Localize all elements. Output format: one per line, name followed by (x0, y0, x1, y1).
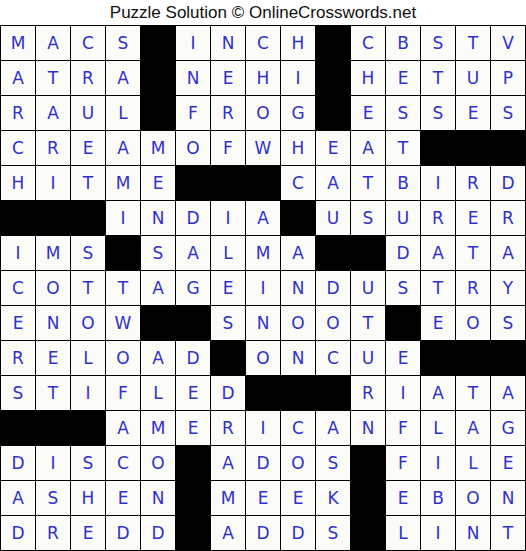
black-cell (211, 341, 246, 376)
black-cell (141, 26, 176, 61)
letter-cell: R (211, 411, 246, 446)
letter-cell: U (386, 201, 421, 236)
letter-cell: T (491, 516, 526, 551)
letter-cell: A (141, 271, 176, 306)
letter-cell: E (141, 166, 176, 201)
letter-cell: B (386, 26, 421, 61)
letter-cell: C (106, 446, 141, 481)
letter-cell: E (386, 341, 421, 376)
letter-cell: S (316, 446, 351, 481)
black-cell (1, 201, 36, 236)
letter-cell: D (1, 446, 36, 481)
letter-cell: E (106, 481, 141, 516)
letter-cell: M (141, 131, 176, 166)
letter-cell: I (211, 201, 246, 236)
letter-cell: B (421, 481, 456, 516)
letter-cell: A (456, 411, 491, 446)
letter-cell: I (71, 376, 106, 411)
letter-cell: N (456, 516, 491, 551)
letter-cell: R (351, 376, 386, 411)
letter-cell: H (1, 166, 36, 201)
letter-cell: L (386, 516, 421, 551)
letter-cell: B (386, 166, 421, 201)
letter-cell: D (211, 376, 246, 411)
black-cell (351, 446, 386, 481)
letter-cell: I (176, 26, 211, 61)
letter-cell: G (176, 271, 211, 306)
letter-cell: A (106, 61, 141, 96)
letter-cell: A (106, 131, 141, 166)
letter-cell: N (246, 306, 281, 341)
letter-cell: R (71, 61, 106, 96)
letter-cell: L (211, 236, 246, 271)
letter-cell: O (281, 446, 316, 481)
letter-cell: O (246, 341, 281, 376)
letter-cell: R (211, 96, 246, 131)
letter-cell: A (141, 341, 176, 376)
black-cell (351, 236, 386, 271)
letter-cell: A (36, 96, 71, 131)
letter-cell: E (71, 516, 106, 551)
letter-cell: H (281, 131, 316, 166)
letter-cell: U (316, 201, 351, 236)
letter-cell: S (351, 201, 386, 236)
letter-cell: C (71, 26, 106, 61)
letter-cell: E (316, 131, 351, 166)
letter-cell: T (71, 166, 106, 201)
letter-cell: C (316, 341, 351, 376)
black-cell (316, 376, 351, 411)
letter-cell: S (106, 26, 141, 61)
letter-cell: H (351, 61, 386, 96)
letter-cell: S (491, 96, 526, 131)
black-cell (491, 131, 526, 166)
letter-cell: N (141, 481, 176, 516)
letter-cell: M (1, 26, 36, 61)
black-cell (316, 96, 351, 131)
letter-cell: F (211, 131, 246, 166)
black-cell (211, 166, 246, 201)
crossword-grid: MACSINCHCBSTVATRANEHIHETUPRAULFROGESSESC… (0, 25, 526, 551)
letter-cell: D (1, 516, 36, 551)
letter-cell: I (246, 411, 281, 446)
letter-cell: S (211, 306, 246, 341)
letter-cell: A (1, 481, 36, 516)
letter-cell: A (1, 61, 36, 96)
letter-cell: A (246, 201, 281, 236)
letter-cell: E (351, 96, 386, 131)
black-cell (1, 411, 36, 446)
black-cell (176, 446, 211, 481)
letter-cell: S (386, 271, 421, 306)
letter-cell: E (176, 376, 211, 411)
letter-cell: E (36, 341, 71, 376)
letter-cell: E (211, 271, 246, 306)
letter-cell: F (106, 376, 141, 411)
letter-cell: D (141, 516, 176, 551)
letter-cell: C (1, 271, 36, 306)
letter-cell: O (141, 446, 176, 481)
letter-cell: N (351, 411, 386, 446)
letter-cell: E (456, 201, 491, 236)
letter-cell: U (456, 61, 491, 96)
letter-cell: T (456, 26, 491, 61)
letter-cell: N (176, 61, 211, 96)
letter-cell: E (211, 61, 246, 96)
letter-cell: A (211, 446, 246, 481)
black-cell (316, 26, 351, 61)
letter-cell: T (36, 61, 71, 96)
page-title: Puzzle Solution © OnlineCrosswords.net (0, 0, 526, 25)
letter-cell: T (421, 61, 456, 96)
black-cell (176, 306, 211, 341)
letter-cell: A (106, 411, 141, 446)
black-cell (36, 201, 71, 236)
letter-cell: A (491, 376, 526, 411)
letter-cell: C (1, 131, 36, 166)
letter-cell: A (36, 26, 71, 61)
letter-cell: A (491, 236, 526, 271)
letter-cell: A (281, 236, 316, 271)
black-cell (386, 306, 421, 341)
black-cell (176, 481, 211, 516)
letter-cell: S (71, 446, 106, 481)
letter-cell: T (456, 376, 491, 411)
black-cell (71, 411, 106, 446)
letter-cell: H (71, 481, 106, 516)
letter-cell: O (281, 306, 316, 341)
letter-cell: E (71, 131, 106, 166)
letter-cell: L (106, 96, 141, 131)
letter-cell: S (386, 96, 421, 131)
letter-cell: T (351, 166, 386, 201)
letter-cell: I (421, 166, 456, 201)
black-cell (176, 166, 211, 201)
letter-cell: U (351, 271, 386, 306)
crossword-solution-page: Puzzle Solution © OnlineCrosswords.net M… (0, 0, 526, 551)
letter-cell: T (351, 306, 386, 341)
letter-cell: R (36, 516, 71, 551)
black-cell (281, 201, 316, 236)
letter-cell: I (421, 516, 456, 551)
letter-cell: O (176, 131, 211, 166)
letter-cell: A (316, 166, 351, 201)
letter-cell: K (316, 481, 351, 516)
black-cell (456, 131, 491, 166)
letter-cell: G (281, 96, 316, 131)
letter-cell: T (36, 376, 71, 411)
letter-cell: U (351, 341, 386, 376)
black-cell (316, 61, 351, 96)
letter-cell: D (246, 446, 281, 481)
letter-cell: I (36, 166, 71, 201)
letter-cell: S (316, 516, 351, 551)
letter-cell: E (421, 306, 456, 341)
letter-cell: E (491, 446, 526, 481)
black-cell (456, 341, 491, 376)
letter-cell: I (246, 271, 281, 306)
black-cell (176, 516, 211, 551)
letter-cell: A (351, 131, 386, 166)
letter-cell: R (36, 131, 71, 166)
letter-cell: L (456, 446, 491, 481)
letter-cell: D (246, 516, 281, 551)
black-cell (421, 341, 456, 376)
letter-cell: Y (491, 271, 526, 306)
letter-cell: N (36, 306, 71, 341)
letter-cell: A (421, 376, 456, 411)
letter-cell: V (491, 26, 526, 61)
letter-cell: D (316, 271, 351, 306)
letter-cell: S (421, 96, 456, 131)
letter-cell: S (1, 376, 36, 411)
letter-cell: M (211, 481, 246, 516)
letter-cell: H (246, 61, 281, 96)
letter-cell: T (421, 271, 456, 306)
letter-cell: L (421, 411, 456, 446)
letter-cell: M (36, 236, 71, 271)
letter-cell: E (246, 481, 281, 516)
letter-cell: F (386, 411, 421, 446)
black-cell (36, 411, 71, 446)
letter-cell: I (386, 376, 421, 411)
letter-cell: W (246, 131, 281, 166)
letter-cell: A (211, 516, 246, 551)
letter-cell: D (176, 201, 211, 236)
letter-cell: O (316, 306, 351, 341)
black-cell (141, 96, 176, 131)
letter-cell: T (456, 236, 491, 271)
letter-cell: O (36, 271, 71, 306)
letter-cell: R (1, 96, 36, 131)
letter-cell: E (386, 481, 421, 516)
letter-cell: S (421, 26, 456, 61)
letter-cell: I (1, 236, 36, 271)
letter-cell: S (36, 481, 71, 516)
letter-cell: P (491, 61, 526, 96)
black-cell (246, 166, 281, 201)
letter-cell: T (71, 271, 106, 306)
letter-cell: S (491, 306, 526, 341)
letter-cell: E (176, 411, 211, 446)
letter-cell: E (281, 481, 316, 516)
black-cell (316, 236, 351, 271)
letter-cell: D (386, 236, 421, 271)
black-cell (281, 376, 316, 411)
letter-cell: S (141, 236, 176, 271)
letter-cell: N (491, 481, 526, 516)
black-cell (141, 61, 176, 96)
black-cell (351, 481, 386, 516)
letter-cell: D (491, 166, 526, 201)
letter-cell: I (36, 446, 71, 481)
black-cell (421, 131, 456, 166)
letter-cell: I (106, 201, 141, 236)
letter-cell: R (491, 201, 526, 236)
letter-cell: C (281, 411, 316, 446)
letter-cell: T (106, 271, 141, 306)
letter-cell: N (141, 201, 176, 236)
letter-cell: M (141, 411, 176, 446)
letter-cell: L (71, 341, 106, 376)
letter-cell: C (246, 26, 281, 61)
letter-cell: N (281, 271, 316, 306)
letter-cell: F (176, 96, 211, 131)
black-cell (71, 201, 106, 236)
letter-cell: O (456, 306, 491, 341)
letter-cell: O (71, 306, 106, 341)
letter-cell: W (106, 306, 141, 341)
black-cell (246, 376, 281, 411)
letter-cell: E (456, 96, 491, 131)
letter-cell: C (281, 166, 316, 201)
letter-cell: S (71, 236, 106, 271)
letter-cell: L (141, 376, 176, 411)
letter-cell: I (281, 61, 316, 96)
letter-cell: O (246, 96, 281, 131)
letter-cell: C (351, 26, 386, 61)
letter-cell: D (281, 516, 316, 551)
letter-cell: H (281, 26, 316, 61)
letter-cell: T (386, 131, 421, 166)
letter-cell: A (316, 411, 351, 446)
black-cell (351, 516, 386, 551)
letter-cell: N (281, 341, 316, 376)
letter-cell: R (456, 271, 491, 306)
letter-cell: D (176, 341, 211, 376)
letter-cell: G (491, 411, 526, 446)
letter-cell: R (456, 166, 491, 201)
letter-cell: N (211, 26, 246, 61)
letter-cell: M (246, 236, 281, 271)
letter-cell: O (106, 341, 141, 376)
letter-cell: E (386, 61, 421, 96)
letter-cell: F (386, 446, 421, 481)
black-cell (491, 341, 526, 376)
letter-cell: E (1, 306, 36, 341)
black-cell (141, 306, 176, 341)
letter-cell: M (106, 166, 141, 201)
letter-cell: U (71, 96, 106, 131)
letter-cell: O (456, 481, 491, 516)
letter-cell: I (421, 446, 456, 481)
letter-cell: A (421, 236, 456, 271)
letter-cell: A (176, 236, 211, 271)
letter-cell: R (1, 341, 36, 376)
black-cell (106, 236, 141, 271)
letter-cell: D (106, 516, 141, 551)
letter-cell: R (421, 201, 456, 236)
